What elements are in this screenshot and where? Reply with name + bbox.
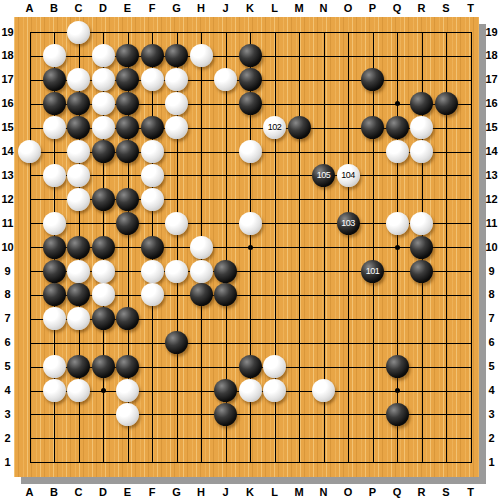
white-stone — [43, 307, 66, 330]
row-label-right: 17 — [484, 73, 499, 86]
white-stone — [141, 260, 164, 283]
black-stone — [116, 355, 139, 378]
black-stone — [67, 283, 90, 306]
white-stone — [92, 68, 115, 91]
black-stone — [116, 212, 139, 235]
row-label-right: 18 — [484, 49, 499, 62]
star-point — [101, 388, 106, 393]
column-label-bottom: H — [193, 486, 209, 499]
move-number-label: 105 — [317, 171, 331, 180]
grid-line-vertical — [373, 32, 374, 462]
white-stone — [43, 212, 66, 235]
column-label-top: T — [463, 2, 479, 15]
grid-line-vertical — [299, 32, 300, 462]
column-label-bottom: P — [365, 486, 381, 499]
white-stone — [141, 140, 164, 163]
white-stone — [239, 212, 262, 235]
column-label-bottom: T — [463, 486, 479, 499]
row-label-left: 2 — [0, 432, 15, 445]
row-label-left: 12 — [0, 193, 15, 206]
white-stone — [386, 140, 409, 163]
column-label-bottom: D — [95, 486, 111, 499]
column-label-bottom: A — [22, 486, 38, 499]
row-label-right: 16 — [484, 97, 499, 110]
black-stone — [141, 44, 164, 67]
white-stone — [141, 188, 164, 211]
move-number-label: 103 — [341, 219, 355, 228]
black-stone: 101 — [361, 260, 384, 283]
black-stone — [386, 116, 409, 139]
grid-line-horizontal — [30, 462, 472, 463]
column-label-bottom: G — [169, 486, 185, 499]
black-stone: 103 — [337, 212, 360, 235]
row-label-right: 11 — [484, 217, 499, 230]
black-stone — [410, 260, 433, 283]
black-stone — [214, 403, 237, 426]
black-stone — [361, 116, 384, 139]
column-label-top: C — [71, 2, 87, 15]
row-label-right: 15 — [484, 121, 499, 134]
row-label-right: 4 — [484, 384, 499, 397]
column-label-bottom: R — [414, 486, 430, 499]
white-stone — [165, 116, 188, 139]
black-stone — [116, 188, 139, 211]
black-stone — [116, 116, 139, 139]
white-stone — [43, 355, 66, 378]
row-label-left: 6 — [0, 336, 15, 349]
row-label-right: 19 — [484, 26, 499, 39]
white-stone — [386, 212, 409, 235]
column-label-top: N — [316, 2, 332, 15]
white-stone — [67, 379, 90, 402]
row-label-right: 5 — [484, 360, 499, 373]
row-label-left: 7 — [0, 312, 15, 325]
black-stone — [386, 403, 409, 426]
black-stone — [190, 283, 213, 306]
black-stone — [92, 355, 115, 378]
white-stone — [92, 283, 115, 306]
row-label-left: 17 — [0, 73, 15, 86]
column-label-bottom: S — [438, 486, 454, 499]
white-stone: 102 — [263, 116, 286, 139]
black-stone — [239, 355, 262, 378]
black-stone — [92, 307, 115, 330]
row-label-left: 9 — [0, 265, 15, 278]
column-label-top: J — [218, 2, 234, 15]
white-stone — [165, 212, 188, 235]
white-stone — [43, 44, 66, 67]
white-stone — [67, 164, 90, 187]
column-label-top: P — [365, 2, 381, 15]
column-label-top: D — [95, 2, 111, 15]
column-label-top: E — [120, 2, 136, 15]
row-label-right: 8 — [484, 288, 499, 301]
column-label-top: K — [242, 2, 258, 15]
row-label-left: 8 — [0, 288, 15, 301]
black-stone — [92, 236, 115, 259]
black-stone — [361, 68, 384, 91]
black-stone — [92, 188, 115, 211]
column-label-bottom: B — [46, 486, 62, 499]
column-label-bottom: F — [144, 486, 160, 499]
white-stone — [92, 92, 115, 115]
white-stone — [239, 379, 262, 402]
row-label-right: 7 — [484, 312, 499, 325]
white-stone — [239, 140, 262, 163]
column-label-top: B — [46, 2, 62, 15]
row-label-right: 14 — [484, 145, 499, 158]
white-stone — [165, 92, 188, 115]
row-label-right: 2 — [484, 432, 499, 445]
row-label-left: 1 — [0, 456, 15, 469]
black-stone — [165, 44, 188, 67]
white-stone — [43, 379, 66, 402]
black-stone — [214, 283, 237, 306]
black-stone — [410, 236, 433, 259]
row-label-left: 14 — [0, 145, 15, 158]
column-label-bottom: K — [242, 486, 258, 499]
white-stone — [165, 260, 188, 283]
column-label-top: Q — [389, 2, 405, 15]
row-label-right: 9 — [484, 265, 499, 278]
grid-line-vertical — [348, 32, 349, 462]
column-label-top: H — [193, 2, 209, 15]
column-label-bottom: M — [291, 486, 307, 499]
black-stone — [116, 44, 139, 67]
black-stone — [165, 331, 188, 354]
black-stone — [43, 236, 66, 259]
white-stone — [67, 140, 90, 163]
column-label-top: R — [414, 2, 430, 15]
black-stone — [92, 140, 115, 163]
row-label-left: 4 — [0, 384, 15, 397]
black-stone — [43, 68, 66, 91]
white-stone — [141, 283, 164, 306]
column-label-bottom: L — [267, 486, 283, 499]
black-stone: 105 — [312, 164, 335, 187]
white-stone — [263, 379, 286, 402]
black-stone — [116, 307, 139, 330]
row-label-right: 10 — [484, 241, 499, 254]
white-stone — [67, 260, 90, 283]
star-point — [395, 245, 400, 250]
white-stone — [141, 68, 164, 91]
black-stone — [67, 92, 90, 115]
black-stone — [67, 116, 90, 139]
white-stone — [190, 236, 213, 259]
white-stone — [67, 188, 90, 211]
white-stone — [67, 21, 90, 44]
row-label-left: 13 — [0, 169, 15, 182]
column-label-top: F — [144, 2, 160, 15]
row-label-left: 16 — [0, 97, 15, 110]
black-stone — [214, 260, 237, 283]
black-stone — [214, 379, 237, 402]
white-stone — [67, 307, 90, 330]
black-stone — [116, 140, 139, 163]
white-stone — [190, 260, 213, 283]
white-stone — [92, 260, 115, 283]
column-label-top: G — [169, 2, 185, 15]
row-label-left: 10 — [0, 241, 15, 254]
white-stone — [312, 379, 335, 402]
black-stone — [239, 92, 262, 115]
move-number-label: 102 — [268, 123, 282, 132]
black-stone — [239, 44, 262, 67]
white-stone — [92, 116, 115, 139]
column-label-top: L — [267, 2, 283, 15]
white-stone — [116, 379, 139, 402]
row-label-right: 1 — [484, 456, 499, 469]
white-stone — [43, 116, 66, 139]
row-label-right: 3 — [484, 408, 499, 421]
black-stone — [435, 92, 458, 115]
white-stone — [92, 44, 115, 67]
white-stone — [67, 68, 90, 91]
column-label-bottom: E — [120, 486, 136, 499]
white-stone — [410, 212, 433, 235]
white-stone — [141, 164, 164, 187]
grid-line-vertical — [471, 32, 472, 462]
row-label-left: 11 — [0, 217, 15, 230]
row-label-right: 12 — [484, 193, 499, 206]
black-stone — [141, 236, 164, 259]
black-stone — [410, 92, 433, 115]
star-point — [248, 245, 253, 250]
black-stone — [43, 283, 66, 306]
white-stone — [190, 44, 213, 67]
star-point — [395, 388, 400, 393]
column-label-top: S — [438, 2, 454, 15]
column-label-top: A — [22, 2, 38, 15]
black-stone — [288, 116, 311, 139]
move-number-label: 104 — [341, 171, 355, 180]
column-label-bottom: J — [218, 486, 234, 499]
row-label-left: 18 — [0, 49, 15, 62]
white-stone — [18, 140, 41, 163]
black-stone — [67, 355, 90, 378]
white-stone — [43, 164, 66, 187]
white-stone — [214, 68, 237, 91]
white-stone — [165, 68, 188, 91]
white-stone — [410, 140, 433, 163]
move-number-label: 101 — [366, 267, 380, 276]
white-stone — [263, 355, 286, 378]
black-stone — [67, 236, 90, 259]
column-label-bottom: Q — [389, 486, 405, 499]
column-label-top: O — [340, 2, 356, 15]
row-label-right: 6 — [484, 336, 499, 349]
black-stone — [43, 260, 66, 283]
white-stone: 104 — [337, 164, 360, 187]
column-label-bottom: O — [340, 486, 356, 499]
white-stone — [116, 403, 139, 426]
row-label-left: 5 — [0, 360, 15, 373]
row-label-left: 15 — [0, 121, 15, 134]
star-point — [395, 101, 400, 106]
row-label-left: 19 — [0, 26, 15, 39]
black-stone — [141, 116, 164, 139]
black-stone — [239, 68, 262, 91]
grid-line-horizontal — [30, 343, 472, 344]
black-stone — [116, 92, 139, 115]
black-stone — [386, 355, 409, 378]
column-label-bottom: C — [71, 486, 87, 499]
go-board[interactable]: 102105104103101 ABCDEFGHJKLMNOPQRST ABCD… — [0, 0, 500, 500]
black-stone — [43, 92, 66, 115]
black-stone — [116, 68, 139, 91]
row-label-right: 13 — [484, 169, 499, 182]
white-stone — [410, 116, 433, 139]
grid-line-horizontal — [30, 438, 472, 439]
board-wood[interactable]: 102105104103101 — [14, 17, 479, 477]
column-label-top: M — [291, 2, 307, 15]
row-label-left: 3 — [0, 408, 15, 421]
column-label-bottom: N — [316, 486, 332, 499]
